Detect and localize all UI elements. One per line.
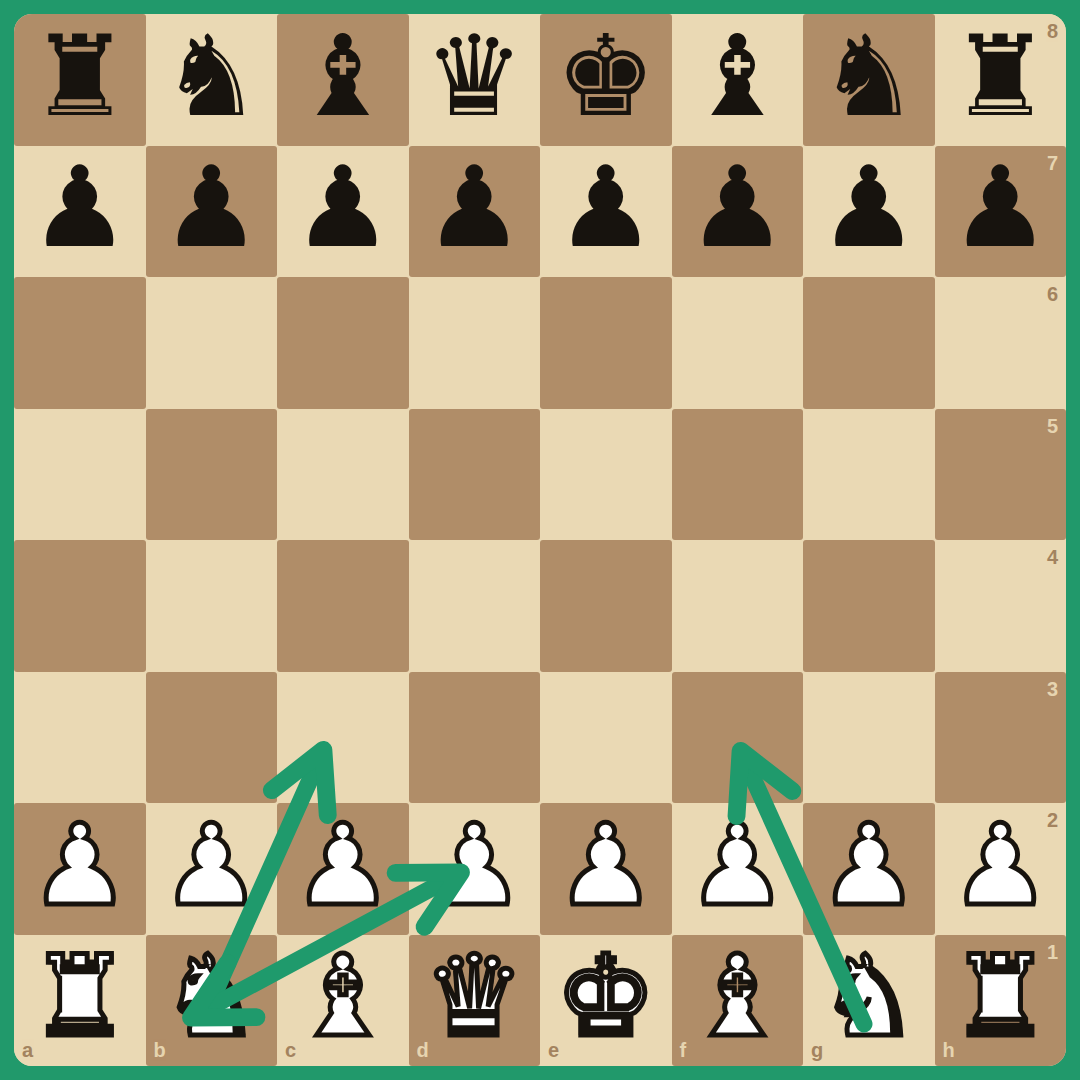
black-pawn-icon[interactable]: ♟ — [819, 151, 919, 263]
square-g4[interactable] — [803, 540, 935, 672]
square-g2[interactable]: ♟ — [803, 803, 935, 935]
square-c7[interactable]: ♟ — [277, 146, 409, 278]
square-h1[interactable]: ♜1h — [935, 935, 1067, 1067]
square-a1[interactable]: ♜a — [14, 935, 146, 1067]
square-h5[interactable]: 5 — [935, 409, 1067, 541]
white-rook-icon[interactable]: ♜ — [30, 940, 130, 1052]
square-h3[interactable]: 3 — [935, 672, 1067, 804]
square-d1[interactable]: ♛d — [409, 935, 541, 1067]
square-a8[interactable]: ♜ — [14, 14, 146, 146]
square-g7[interactable]: ♟ — [803, 146, 935, 278]
square-a3[interactable] — [14, 672, 146, 804]
black-pawn-icon[interactable]: ♟ — [424, 151, 524, 263]
square-c3[interactable] — [277, 672, 409, 804]
white-queen-icon[interactable]: ♛ — [424, 940, 524, 1052]
square-e5[interactable] — [540, 409, 672, 541]
square-h4[interactable]: 4 — [935, 540, 1067, 672]
black-pawn-icon[interactable]: ♟ — [30, 151, 130, 263]
square-d3[interactable] — [409, 672, 541, 804]
square-e1[interactable]: ♚e — [540, 935, 672, 1067]
rank-label-5: 5 — [1047, 416, 1058, 436]
black-pawn-icon[interactable]: ♟ — [556, 151, 656, 263]
square-h8[interactable]: ♜8 — [935, 14, 1067, 146]
square-c8[interactable]: ♝ — [277, 14, 409, 146]
square-b4[interactable] — [146, 540, 278, 672]
black-bishop-icon[interactable]: ♝ — [293, 20, 393, 132]
square-f5[interactable] — [672, 409, 804, 541]
rank-label-4: 4 — [1047, 547, 1058, 567]
square-e6[interactable] — [540, 277, 672, 409]
square-d7[interactable]: ♟ — [409, 146, 541, 278]
white-bishop-icon[interactable]: ♝ — [687, 940, 787, 1052]
white-knight-icon[interactable]: ♞ — [161, 940, 261, 1052]
square-d8[interactable]: ♛ — [409, 14, 541, 146]
square-c2[interactable]: ♟ — [277, 803, 409, 935]
square-b6[interactable] — [146, 277, 278, 409]
square-c6[interactable] — [277, 277, 409, 409]
white-pawn-icon[interactable]: ♟ — [424, 809, 524, 921]
black-king-icon[interactable]: ♚ — [556, 20, 656, 132]
white-pawn-icon[interactable]: ♟ — [293, 809, 393, 921]
square-d2[interactable]: ♟ — [409, 803, 541, 935]
square-c4[interactable] — [277, 540, 409, 672]
white-bishop-icon[interactable]: ♝ — [293, 940, 393, 1052]
white-pawn-icon[interactable]: ♟ — [819, 809, 919, 921]
square-f1[interactable]: ♝f — [672, 935, 804, 1067]
chess-board: ♜♞♝♛♚♝♞♜8♟♟♟♟♟♟♟♟76543♟♟♟♟♟♟♟♟2♜a♞b♝c♛d♚… — [14, 14, 1066, 1066]
square-d5[interactable] — [409, 409, 541, 541]
white-king-icon[interactable]: ♚ — [556, 940, 656, 1052]
rank-label-6: 6 — [1047, 284, 1058, 304]
square-a6[interactable] — [14, 277, 146, 409]
square-e8[interactable]: ♚ — [540, 14, 672, 146]
square-e3[interactable] — [540, 672, 672, 804]
square-f2[interactable]: ♟ — [672, 803, 804, 935]
file-label-f: f — [680, 1040, 687, 1060]
black-bishop-icon[interactable]: ♝ — [687, 20, 787, 132]
square-a4[interactable] — [14, 540, 146, 672]
square-h6[interactable]: 6 — [935, 277, 1067, 409]
white-pawn-icon[interactable]: ♟ — [950, 809, 1050, 921]
square-b5[interactable] — [146, 409, 278, 541]
square-c5[interactable] — [277, 409, 409, 541]
black-pawn-icon[interactable]: ♟ — [293, 151, 393, 263]
square-g5[interactable] — [803, 409, 935, 541]
square-g6[interactable] — [803, 277, 935, 409]
white-knight-icon[interactable]: ♞ — [819, 940, 919, 1052]
square-d6[interactable] — [409, 277, 541, 409]
square-b3[interactable] — [146, 672, 278, 804]
square-f4[interactable] — [672, 540, 804, 672]
square-f7[interactable]: ♟ — [672, 146, 804, 278]
white-pawn-icon[interactable]: ♟ — [556, 809, 656, 921]
white-pawn-icon[interactable]: ♟ — [161, 809, 261, 921]
black-rook-icon[interactable]: ♜ — [950, 20, 1050, 132]
black-pawn-icon[interactable]: ♟ — [687, 151, 787, 263]
square-e4[interactable] — [540, 540, 672, 672]
square-f3[interactable] — [672, 672, 804, 804]
black-pawn-icon[interactable]: ♟ — [950, 151, 1050, 263]
square-f6[interactable] — [672, 277, 804, 409]
white-pawn-icon[interactable]: ♟ — [30, 809, 130, 921]
square-f8[interactable]: ♝ — [672, 14, 804, 146]
square-a5[interactable] — [14, 409, 146, 541]
black-knight-icon[interactable]: ♞ — [161, 20, 261, 132]
square-a2[interactable]: ♟ — [14, 803, 146, 935]
white-pawn-icon[interactable]: ♟ — [687, 809, 787, 921]
square-d4[interactable] — [409, 540, 541, 672]
black-pawn-icon[interactable]: ♟ — [161, 151, 261, 263]
square-b2[interactable]: ♟ — [146, 803, 278, 935]
square-e7[interactable]: ♟ — [540, 146, 672, 278]
square-g8[interactable]: ♞ — [803, 14, 935, 146]
square-h2[interactable]: ♟2 — [935, 803, 1067, 935]
square-h7[interactable]: ♟7 — [935, 146, 1067, 278]
black-queen-icon[interactable]: ♛ — [424, 20, 524, 132]
black-knight-icon[interactable]: ♞ — [819, 20, 919, 132]
square-a7[interactable]: ♟ — [14, 146, 146, 278]
square-b7[interactable]: ♟ — [146, 146, 278, 278]
square-b1[interactable]: ♞b — [146, 935, 278, 1067]
rank-label-3: 3 — [1047, 679, 1058, 699]
square-e2[interactable]: ♟ — [540, 803, 672, 935]
black-rook-icon[interactable]: ♜ — [30, 20, 130, 132]
square-g3[interactable] — [803, 672, 935, 804]
chess-app-background: ♜♞♝♛♚♝♞♜8♟♟♟♟♟♟♟♟76543♟♟♟♟♟♟♟♟2♜a♞b♝c♛d♚… — [0, 0, 1080, 1080]
square-b8[interactable]: ♞ — [146, 14, 278, 146]
white-rook-icon[interactable]: ♜ — [950, 940, 1050, 1052]
square-g1[interactable]: ♞g — [803, 935, 935, 1067]
square-c1[interactable]: ♝c — [277, 935, 409, 1067]
